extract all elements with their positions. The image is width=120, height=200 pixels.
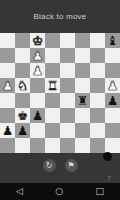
square-h8[interactable]: ♝ [105, 33, 120, 48]
recents-button[interactable]: □ [95, 183, 104, 200]
square-b8[interactable] [15, 33, 30, 48]
piece-black-pawn[interactable]: ♟ [30, 108, 45, 123]
status-header: Black to move [0, 0, 120, 33]
square-b1[interactable] [15, 138, 30, 153]
back-icon: ◁ [16, 186, 23, 196]
piece-white-pawn[interactable]: ♟ [0, 78, 15, 93]
square-c7[interactable]: ♟ [30, 48, 45, 63]
piece-white-pawn[interactable]: ♟ [30, 48, 45, 63]
square-h2[interactable] [105, 123, 120, 138]
controls-bar: ↻ ⚑ [0, 153, 120, 183]
chess-puzzle-app: Black to move ♚♝♟♟♟♞♜♟♜♟♚♟♟♟ ↻ ⚑ 7 ◁ ○ □ [0, 0, 120, 200]
square-b3[interactable]: ♚ [15, 108, 30, 123]
piece-black-pawn[interactable]: ♟ [0, 123, 15, 138]
square-h6[interactable] [105, 63, 120, 78]
home-icon: ○ [55, 186, 63, 196]
square-a3[interactable] [0, 108, 15, 123]
square-b2[interactable]: ♟ [15, 123, 30, 138]
piece-white-pawn[interactable]: ♟ [30, 63, 45, 78]
square-c6[interactable]: ♟ [30, 63, 45, 78]
square-d3[interactable] [45, 108, 60, 123]
square-c8[interactable]: ♚ [30, 33, 45, 48]
square-f8[interactable] [75, 33, 90, 48]
square-a6[interactable] [0, 63, 15, 78]
square-f7[interactable] [75, 48, 90, 63]
android-nav-bar: ◁ ○ □ [0, 183, 120, 200]
square-d8[interactable] [45, 33, 60, 48]
square-a1[interactable] [0, 138, 15, 153]
square-c3[interactable]: ♟ [30, 108, 45, 123]
square-e6[interactable] [60, 63, 75, 78]
square-c2[interactable] [30, 123, 45, 138]
square-a5[interactable]: ♟ [0, 78, 15, 93]
square-f2[interactable] [75, 123, 90, 138]
piece-black-king[interactable]: ♚ [15, 108, 30, 123]
square-b7[interactable] [15, 48, 30, 63]
square-e3[interactable] [60, 108, 75, 123]
square-a8[interactable] [0, 33, 15, 48]
square-b6[interactable] [15, 63, 30, 78]
square-a7[interactable] [0, 48, 15, 63]
square-e7[interactable] [60, 48, 75, 63]
square-g2[interactable] [90, 123, 105, 138]
square-c1[interactable] [30, 138, 45, 153]
home-button[interactable]: ○ [55, 183, 63, 200]
piece-black-rook[interactable]: ♜ [75, 93, 90, 108]
turn-indicator-text: Black to move [34, 12, 87, 21]
square-h5[interactable]: ♟ [105, 78, 120, 93]
square-g1[interactable] [90, 138, 105, 153]
square-d4[interactable] [45, 93, 60, 108]
piece-black-pawn[interactable]: ♟ [105, 93, 120, 108]
square-c4[interactable] [30, 93, 45, 108]
piece-white-pawn[interactable]: ♟ [105, 78, 120, 93]
square-g7[interactable] [90, 48, 105, 63]
chess-board: ♚♝♟♟♟♞♜♟♜♟♚♟♟♟ [0, 33, 120, 153]
square-g6[interactable] [90, 63, 105, 78]
black-to-move-indicator [103, 152, 112, 161]
square-b4[interactable] [15, 93, 30, 108]
square-f5[interactable] [75, 78, 90, 93]
square-a4[interactable] [0, 93, 15, 108]
recents-icon: □ [95, 186, 104, 196]
back-button[interactable]: ◁ [16, 183, 23, 200]
square-d7[interactable] [45, 48, 60, 63]
square-f3[interactable] [75, 108, 90, 123]
flag-icon: ⚑ [67, 159, 74, 172]
square-g5[interactable] [90, 78, 105, 93]
square-c5[interactable] [30, 78, 45, 93]
square-f4[interactable]: ♜ [75, 93, 90, 108]
piece-white-rook[interactable]: ♜ [45, 78, 60, 93]
piece-black-bishop[interactable]: ♝ [105, 33, 120, 48]
puzzle-counter: 7 [107, 175, 111, 182]
square-d5[interactable]: ♜ [45, 78, 60, 93]
square-h4[interactable]: ♟ [105, 93, 120, 108]
square-f1[interactable] [75, 138, 90, 153]
square-h3[interactable] [105, 108, 120, 123]
square-g8[interactable] [90, 33, 105, 48]
square-d6[interactable] [45, 63, 60, 78]
square-h7[interactable] [105, 48, 120, 63]
square-g3[interactable] [90, 108, 105, 123]
square-b5[interactable]: ♞ [15, 78, 30, 93]
square-e5[interactable] [60, 78, 75, 93]
square-d2[interactable] [45, 123, 60, 138]
square-e8[interactable] [60, 33, 75, 48]
flag-button[interactable]: ⚑ [65, 159, 78, 172]
piece-white-king[interactable]: ♚ [30, 33, 45, 48]
retry-button[interactable]: ↻ [43, 159, 56, 172]
square-g4[interactable] [90, 93, 105, 108]
square-a2[interactable]: ♟ [0, 123, 15, 138]
piece-white-knight[interactable]: ♞ [15, 78, 30, 93]
square-e1[interactable] [60, 138, 75, 153]
retry-icon: ↻ [46, 159, 53, 172]
square-f6[interactable] [75, 63, 90, 78]
square-h1[interactable] [105, 138, 120, 153]
square-e2[interactable] [60, 123, 75, 138]
piece-black-pawn[interactable]: ♟ [15, 123, 30, 138]
square-d1[interactable] [45, 138, 60, 153]
square-e4[interactable] [60, 93, 75, 108]
